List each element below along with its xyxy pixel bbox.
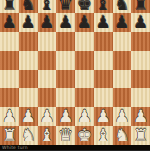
square-f5[interactable] [94,51,113,70]
white-king: ♚ [77,125,92,144]
square-c5[interactable] [38,51,57,70]
square-f3[interactable] [94,88,113,107]
square-h3[interactable] [131,88,150,107]
chess-board: ♜♞♝♛♚♝♞♜♟♟♟♟♟♟♟♟♟♟♟♟♟♟♟♟♜♞♝♛♚♝♞♜ [0,0,150,145]
square-a5[interactable] [0,51,19,70]
white-knight: ♞ [21,125,36,144]
square-e4[interactable] [75,70,94,89]
square-d6[interactable] [56,32,75,51]
square-f7[interactable]: ♟ [94,13,113,32]
white-pawn: ♟ [133,107,148,126]
square-c1[interactable]: ♝ [38,126,57,145]
square-e6[interactable] [75,32,94,51]
square-e5[interactable] [75,51,94,70]
square-a7[interactable]: ♟ [0,13,19,32]
turn-indicator: White turn [0,145,28,151]
square-b3[interactable] [19,88,38,107]
square-d7[interactable]: ♟ [56,13,75,32]
square-d3[interactable] [56,88,75,107]
square-e3[interactable] [75,88,94,107]
white-bishop: ♝ [39,125,54,144]
white-bishop: ♝ [96,125,111,144]
square-d5[interactable] [56,51,75,70]
white-pawn: ♟ [114,107,129,126]
white-rook: ♜ [2,125,17,144]
square-f1[interactable]: ♝ [94,126,113,145]
square-a4[interactable] [0,70,19,89]
black-pawn: ♟ [58,13,73,32]
square-g7[interactable]: ♟ [113,13,132,32]
square-h4[interactable] [131,70,150,89]
black-pawn: ♟ [77,13,92,32]
square-f4[interactable] [94,70,113,89]
square-c2[interactable]: ♟ [38,107,57,126]
square-b6[interactable] [19,32,38,51]
black-pawn: ♟ [114,13,129,32]
square-b5[interactable] [19,51,38,70]
white-pawn: ♟ [2,107,17,126]
white-knight: ♞ [114,125,129,144]
square-g3[interactable] [113,88,132,107]
black-pawn: ♟ [2,13,17,32]
square-a3[interactable] [0,88,19,107]
square-f2[interactable]: ♟ [94,107,113,126]
square-b4[interactable] [19,70,38,89]
square-d2[interactable]: ♟ [56,107,75,126]
square-g4[interactable] [113,70,132,89]
square-a1[interactable]: ♜ [0,126,19,145]
square-h2[interactable]: ♟ [131,107,150,126]
black-pawn: ♟ [21,13,36,32]
square-a2[interactable]: ♟ [0,107,19,126]
square-c3[interactable] [38,88,57,107]
white-pawn: ♟ [96,107,111,126]
white-pawn: ♟ [77,107,92,126]
square-f6[interactable] [94,32,113,51]
square-h7[interactable]: ♟ [131,13,150,32]
square-h6[interactable] [131,32,150,51]
square-g1[interactable]: ♞ [113,126,132,145]
square-d4[interactable] [56,70,75,89]
square-c6[interactable] [38,32,57,51]
status-bar: White turn [0,145,150,151]
white-queen: ♛ [58,125,73,144]
black-pawn: ♟ [133,13,148,32]
square-g5[interactable] [113,51,132,70]
square-h5[interactable] [131,51,150,70]
square-b7[interactable]: ♟ [19,13,38,32]
chess-app-window: ♜♞♝♛♚♝♞♜♟♟♟♟♟♟♟♟♟♟♟♟♟♟♟♟♜♞♝♛♚♝♞♜ White t… [0,0,150,150]
square-e1[interactable]: ♚ [75,126,94,145]
square-h1[interactable]: ♜ [131,126,150,145]
white-pawn: ♟ [21,107,36,126]
white-pawn: ♟ [58,107,73,126]
white-pawn: ♟ [39,107,54,126]
black-pawn: ♟ [39,13,54,32]
square-g6[interactable] [113,32,132,51]
square-d1[interactable]: ♛ [56,126,75,145]
square-c4[interactable] [38,70,57,89]
square-e2[interactable]: ♟ [75,107,94,126]
black-pawn: ♟ [96,13,111,32]
square-b1[interactable]: ♞ [19,126,38,145]
white-rook: ♜ [133,125,148,144]
square-b2[interactable]: ♟ [19,107,38,126]
square-c7[interactable]: ♟ [38,13,57,32]
square-e7[interactable]: ♟ [75,13,94,32]
square-a6[interactable] [0,32,19,51]
square-g2[interactable]: ♟ [113,107,132,126]
